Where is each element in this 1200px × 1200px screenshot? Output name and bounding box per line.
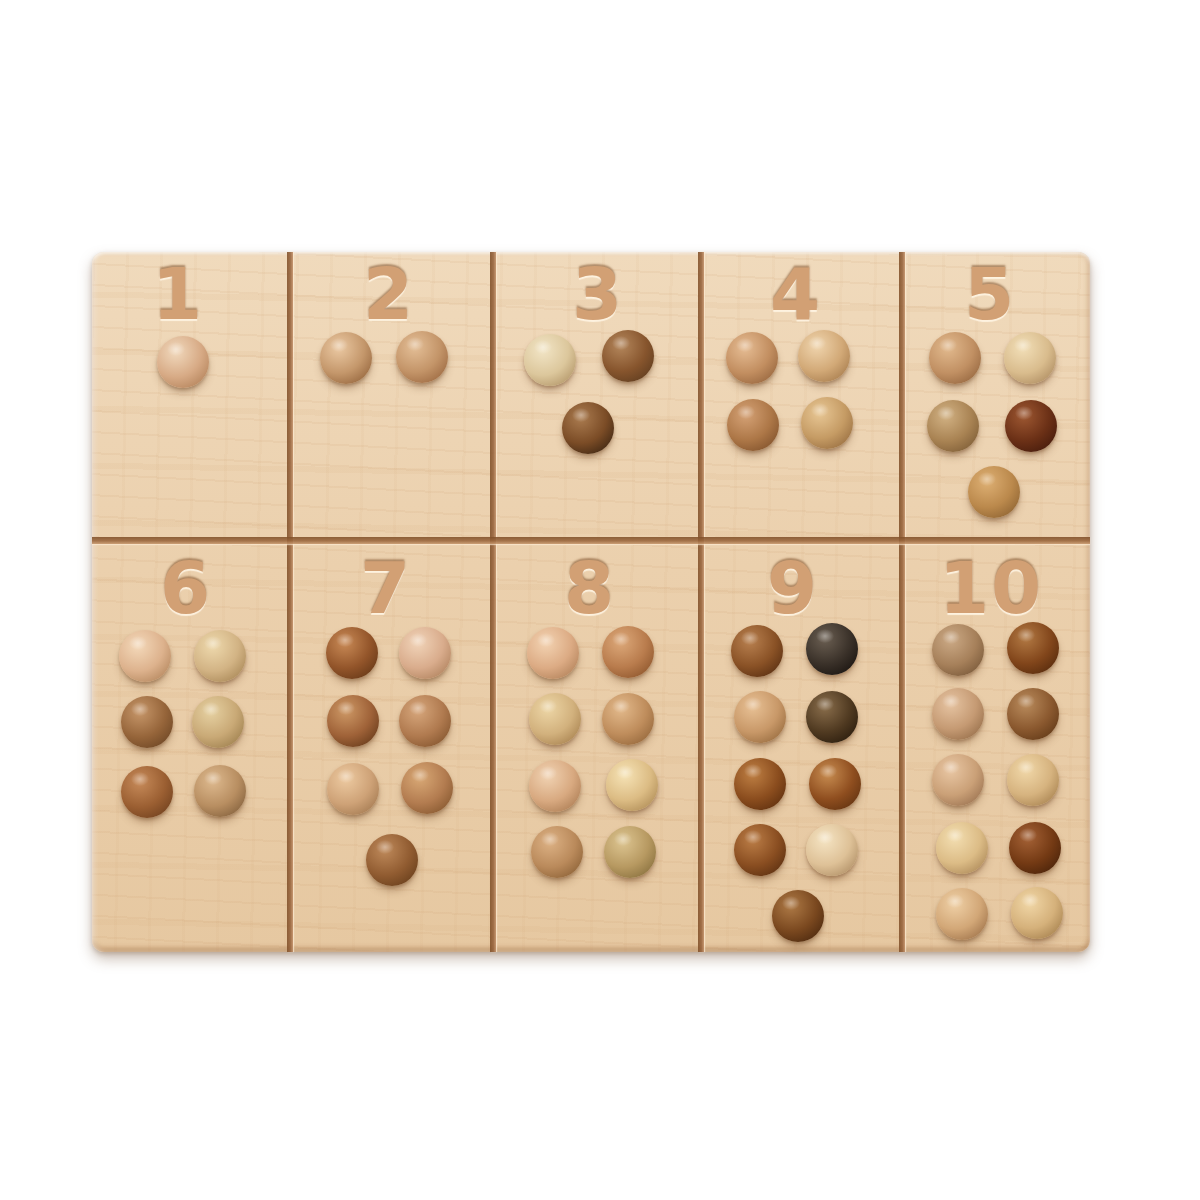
wooden-ball-10-8[interactable] [1009,822,1061,874]
wooden-ball-10-5[interactable] [932,754,984,806]
wooden-ball-10-1[interactable] [932,624,984,676]
wooden-ball-5-3[interactable] [927,400,979,452]
wooden-ball-9-6[interactable] [809,758,861,810]
wooden-ball-9-3[interactable] [734,691,786,743]
engraved-number-9: 9 [767,552,819,624]
wooden-ball-8-7[interactable] [531,826,583,878]
counting-board: 12345678910 [92,252,1090,952]
engraved-number-1: 1 [152,258,204,330]
wooden-ball-8-8[interactable] [604,826,656,878]
wooden-ball-6-1[interactable] [119,630,171,682]
photo-canvas: 12345678910 [0,0,1200,1200]
wooden-ball-4-4[interactable] [801,397,853,449]
wooden-ball-5-5[interactable] [968,466,1020,518]
wooden-ball-10-10[interactable] [1011,887,1063,939]
wooden-ball-6-5[interactable] [121,766,173,818]
engraved-number-7: 7 [360,552,412,624]
wooden-ball-7-1[interactable] [326,627,378,679]
engraved-number-4: 4 [770,258,822,330]
wooden-ball-6-3[interactable] [121,696,173,748]
wooden-ball-4-2[interactable] [798,330,850,382]
wooden-ball-8-6[interactable] [606,759,658,811]
wooden-ball-9-9[interactable] [772,890,824,942]
wooden-ball-9-8[interactable] [806,824,858,876]
wooden-ball-4-3[interactable] [727,399,779,451]
divider-groove-vertical [698,252,704,952]
wooden-ball-9-7[interactable] [734,824,786,876]
wooden-ball-9-5[interactable] [734,758,786,810]
wooden-ball-9-4[interactable] [806,691,858,743]
divider-groove-horizontal [92,537,1090,544]
wooden-ball-10-3[interactable] [932,688,984,740]
wooden-ball-3-3[interactable] [562,402,614,454]
wooden-ball-9-1[interactable] [731,625,783,677]
engraved-number-6: 6 [160,552,212,624]
wooden-ball-5-1[interactable] [929,332,981,384]
wooden-ball-10-2[interactable] [1007,622,1059,674]
wooden-ball-7-7[interactable] [366,834,418,886]
wooden-ball-4-1[interactable] [726,332,778,384]
engraved-number-2: 2 [363,258,415,330]
wooden-ball-8-3[interactable] [529,693,581,745]
wooden-ball-10-7[interactable] [936,822,988,874]
engraved-number-3: 3 [572,258,624,330]
wooden-ball-2-1[interactable] [320,332,372,384]
wooden-ball-7-4[interactable] [399,695,451,747]
wooden-ball-7-2[interactable] [399,627,451,679]
wooden-ball-3-2[interactable] [602,330,654,382]
wooden-ball-7-3[interactable] [327,695,379,747]
wooden-ball-8-1[interactable] [527,627,579,679]
engraved-number-8: 8 [564,552,616,624]
wooden-ball-2-2[interactable] [396,331,448,383]
divider-groove-vertical [899,252,905,952]
wooden-ball-10-4[interactable] [1007,688,1059,740]
wooden-ball-8-5[interactable] [529,760,581,812]
engraved-number-10: 10 [939,552,1043,624]
divider-groove-vertical [287,252,293,952]
wooden-ball-5-4[interactable] [1005,400,1057,452]
wooden-ball-7-5[interactable] [327,763,379,815]
wooden-ball-10-6[interactable] [1007,754,1059,806]
divider-groove-vertical [490,252,496,952]
wooden-ball-8-4[interactable] [602,693,654,745]
wooden-ball-9-2[interactable] [806,623,858,675]
wooden-ball-6-6[interactable] [194,765,246,817]
wooden-ball-5-2[interactable] [1004,332,1056,384]
wooden-ball-3-1[interactable] [524,334,576,386]
wooden-ball-1-1[interactable] [157,336,209,388]
engraved-number-5: 5 [964,258,1016,330]
wooden-ball-10-9[interactable] [936,888,988,940]
wooden-ball-6-4[interactable] [192,696,244,748]
wooden-ball-7-6[interactable] [401,762,453,814]
wooden-ball-8-2[interactable] [602,626,654,678]
wooden-ball-6-2[interactable] [194,630,246,682]
